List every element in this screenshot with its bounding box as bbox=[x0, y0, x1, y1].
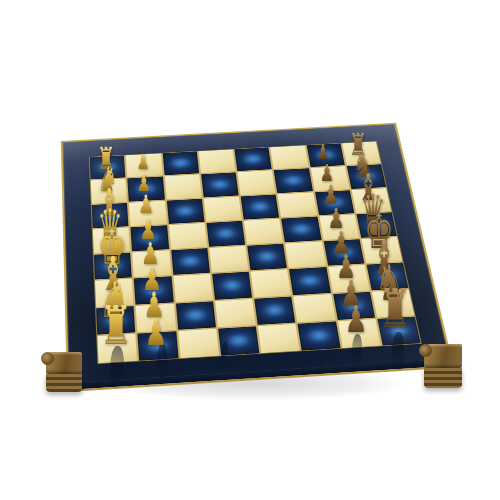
foot-ribbed-base bbox=[424, 368, 462, 388]
square-c2 bbox=[129, 201, 166, 226]
square-d2 bbox=[131, 225, 169, 251]
square-a6 bbox=[270, 146, 308, 170]
square-a4 bbox=[198, 149, 235, 173]
square-g5 bbox=[254, 296, 295, 324]
square-h3 bbox=[178, 329, 219, 358]
square-b2 bbox=[128, 177, 165, 202]
board-grid bbox=[90, 142, 421, 364]
square-g2 bbox=[136, 303, 176, 332]
square-g3 bbox=[175, 301, 215, 330]
square-g1 bbox=[96, 306, 135, 335]
square-b5 bbox=[238, 171, 276, 195]
square-g4 bbox=[215, 299, 256, 327]
square-e1 bbox=[94, 253, 132, 280]
foot-scroll-cap bbox=[46, 352, 82, 374]
square-e2 bbox=[132, 250, 171, 277]
square-e6 bbox=[285, 241, 325, 268]
square-c4 bbox=[204, 196, 242, 221]
square-h6 bbox=[298, 321, 340, 350]
chess-set-product-photo: ♜♞♝♛♚♝♞♜♟♟♟♟♟♟♟♟♟♟♟♟♟♟♟♟♜♞♝♛♚♝♞♜ bbox=[0, 0, 500, 500]
square-b7 bbox=[310, 166, 349, 190]
square-b1 bbox=[91, 179, 127, 204]
square-a3 bbox=[162, 151, 199, 175]
square-c5 bbox=[241, 194, 280, 219]
square-d6 bbox=[281, 216, 321, 242]
square-b3 bbox=[164, 175, 201, 200]
foot-scroll-cap bbox=[424, 344, 462, 368]
square-e3 bbox=[171, 248, 210, 275]
square-f8 bbox=[366, 263, 408, 290]
square-d3 bbox=[169, 223, 207, 249]
square-f6 bbox=[289, 267, 330, 294]
square-d4 bbox=[206, 221, 245, 247]
square-c1 bbox=[92, 203, 129, 228]
square-f3 bbox=[173, 274, 213, 302]
square-a8 bbox=[342, 142, 381, 166]
square-a1 bbox=[90, 155, 126, 179]
square-c3 bbox=[166, 198, 204, 223]
board-foot-right bbox=[424, 344, 462, 388]
board-foot-left bbox=[46, 352, 82, 392]
square-b6 bbox=[274, 168, 312, 192]
square-c7 bbox=[315, 190, 354, 215]
square-d1 bbox=[93, 227, 130, 253]
square-e8 bbox=[361, 237, 402, 263]
square-f1 bbox=[95, 279, 134, 307]
square-h5 bbox=[258, 324, 300, 353]
square-c6 bbox=[278, 192, 317, 217]
square-d8 bbox=[356, 212, 397, 238]
square-d7 bbox=[319, 214, 359, 240]
square-c8 bbox=[351, 188, 391, 213]
square-b8 bbox=[347, 164, 386, 188]
square-b4 bbox=[201, 173, 239, 197]
square-f5 bbox=[251, 270, 292, 297]
square-e5 bbox=[247, 244, 287, 271]
square-g8 bbox=[372, 289, 415, 317]
square-e7 bbox=[323, 239, 364, 266]
square-g7 bbox=[333, 292, 375, 320]
square-f4 bbox=[212, 272, 252, 300]
square-d5 bbox=[244, 219, 283, 245]
square-a2 bbox=[126, 153, 162, 177]
square-e4 bbox=[209, 246, 248, 273]
square-f2 bbox=[134, 277, 173, 305]
square-a7 bbox=[306, 144, 344, 168]
square-f7 bbox=[328, 265, 369, 292]
square-a5 bbox=[234, 147, 271, 171]
square-g6 bbox=[293, 294, 335, 322]
foot-ribbed-base bbox=[46, 374, 82, 392]
